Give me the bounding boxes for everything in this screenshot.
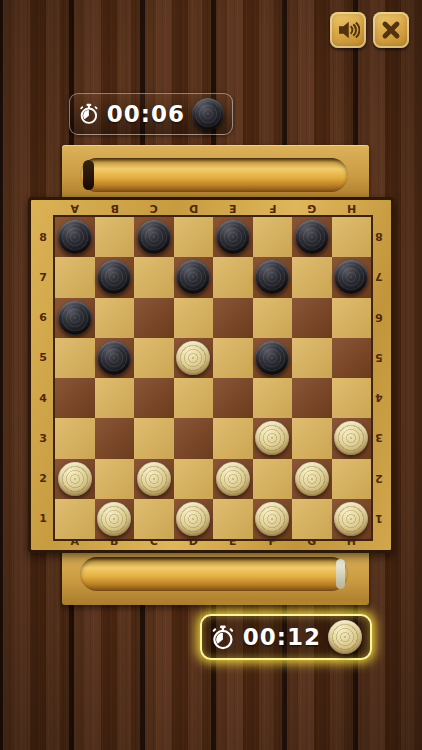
- square-a6[interactable]: [55, 298, 95, 338]
- square-h4: [332, 378, 372, 418]
- white-piece-d1[interactable]: [176, 502, 210, 536]
- black-piece-e8[interactable]: [216, 220, 250, 254]
- square-a4[interactable]: [55, 378, 95, 418]
- square-f6: [253, 298, 293, 338]
- square-a5: [55, 338, 95, 378]
- coord-label-1: 1: [33, 499, 53, 539]
- square-g1: [292, 499, 332, 539]
- white-piece-f1[interactable]: [255, 502, 289, 536]
- coord-label-B: B: [95, 202, 135, 215]
- square-a7: [55, 257, 95, 297]
- square-c1: [134, 499, 174, 539]
- coord-label-2: 2: [33, 459, 53, 499]
- square-h2: [332, 459, 372, 499]
- bottom-tray-end-cap: [336, 559, 345, 589]
- square-f3[interactable]: [253, 418, 293, 458]
- bottom-tray-rail: [80, 557, 348, 591]
- square-g8[interactable]: [292, 217, 332, 257]
- square-b2: [95, 459, 135, 499]
- square-a2[interactable]: [55, 459, 95, 499]
- square-a3: [55, 418, 95, 458]
- square-d3[interactable]: [174, 418, 214, 458]
- sound-button[interactable]: [330, 12, 366, 48]
- square-e6[interactable]: [213, 298, 253, 338]
- square-h8: [332, 217, 372, 257]
- coord-label-3: 3: [369, 418, 389, 458]
- coord-label-H: H: [332, 202, 372, 215]
- black-player-piece-badge: [192, 98, 224, 130]
- bottom-capture-tray: [62, 548, 369, 605]
- white-piece-e2[interactable]: [216, 462, 250, 496]
- square-h3[interactable]: [332, 418, 372, 458]
- square-f5[interactable]: [253, 338, 293, 378]
- coord-label-5: 5: [369, 338, 389, 378]
- square-d2: [174, 459, 214, 499]
- square-d1[interactable]: [174, 499, 214, 539]
- square-f7[interactable]: [253, 257, 293, 297]
- black-piece-f5[interactable]: [255, 341, 289, 375]
- close-icon: [379, 18, 403, 42]
- coord-label-8: 8: [369, 217, 389, 257]
- black-piece-b7[interactable]: [97, 260, 131, 294]
- square-a1: [55, 499, 95, 539]
- square-h6: [332, 298, 372, 338]
- black-piece-a8[interactable]: [58, 220, 92, 254]
- checkers-board: ABCDEFGH ABCDEFGH 87654321 87654321: [28, 197, 394, 553]
- square-d7[interactable]: [174, 257, 214, 297]
- square-d6: [174, 298, 214, 338]
- square-e4[interactable]: [213, 378, 253, 418]
- square-g7: [292, 257, 332, 297]
- coord-label-2: 2: [369, 459, 389, 499]
- square-c7: [134, 257, 174, 297]
- square-b3[interactable]: [95, 418, 135, 458]
- square-e2[interactable]: [213, 459, 253, 499]
- white-player-timer-panel: 00:12: [200, 614, 372, 660]
- black-piece-a6[interactable]: [58, 301, 92, 335]
- coord-label-C: C: [134, 202, 174, 215]
- square-d8: [174, 217, 214, 257]
- top-tray-end-cap: [83, 160, 94, 190]
- square-e7: [213, 257, 253, 297]
- square-b8: [95, 217, 135, 257]
- square-b6: [95, 298, 135, 338]
- white-piece-h1[interactable]: [334, 502, 368, 536]
- black-piece-g8[interactable]: [295, 220, 329, 254]
- white-piece-a2[interactable]: [58, 462, 92, 496]
- white-piece-f3[interactable]: [255, 421, 289, 455]
- square-h5[interactable]: [332, 338, 372, 378]
- board-grid: [55, 217, 371, 539]
- square-f4: [253, 378, 293, 418]
- square-c2[interactable]: [134, 459, 174, 499]
- square-g2[interactable]: [292, 459, 332, 499]
- square-a8[interactable]: [55, 217, 95, 257]
- square-g6[interactable]: [292, 298, 332, 338]
- rank-labels-left: 87654321: [33, 217, 53, 539]
- coord-label-F: F: [253, 202, 293, 215]
- white-player-piece-badge: [328, 620, 362, 654]
- square-d4: [174, 378, 214, 418]
- square-g5: [292, 338, 332, 378]
- coord-label-6: 6: [33, 298, 53, 338]
- square-c8[interactable]: [134, 217, 174, 257]
- stopwatch-icon: [78, 99, 100, 129]
- black-piece-b5[interactable]: [97, 341, 131, 375]
- white-piece-g2[interactable]: [295, 462, 329, 496]
- coord-label-G: G: [292, 202, 332, 215]
- coord-label-4: 4: [369, 378, 389, 418]
- square-c6[interactable]: [134, 298, 174, 338]
- top-tray-rail: [80, 158, 348, 192]
- white-piece-h3[interactable]: [334, 421, 368, 455]
- coord-label-3: 3: [33, 418, 53, 458]
- square-h1[interactable]: [332, 499, 372, 539]
- square-b5[interactable]: [95, 338, 135, 378]
- square-e5: [213, 338, 253, 378]
- square-g3: [292, 418, 332, 458]
- coord-label-A: A: [55, 202, 95, 215]
- square-e3: [213, 418, 253, 458]
- square-d5[interactable]: [174, 338, 214, 378]
- black-timer-value: 00:06: [107, 101, 185, 127]
- coord-label-5: 5: [33, 338, 53, 378]
- black-piece-c8[interactable]: [137, 220, 171, 254]
- square-c5: [134, 338, 174, 378]
- coord-label-1: 1: [369, 499, 389, 539]
- black-player-timer-panel: 00:06: [69, 93, 233, 135]
- square-c4[interactable]: [134, 378, 174, 418]
- close-button[interactable]: [373, 12, 409, 48]
- square-b1[interactable]: [95, 499, 135, 539]
- checkers-app: 00:06 ABCDEFGH ABCDEFGH 87654321 8765432…: [0, 0, 422, 750]
- coord-label-7: 7: [33, 257, 53, 297]
- white-piece-b1[interactable]: [97, 502, 131, 536]
- square-f1[interactable]: [253, 499, 293, 539]
- square-e1: [213, 499, 253, 539]
- coord-label-4: 4: [33, 378, 53, 418]
- top-capture-tray: [62, 145, 369, 200]
- white-piece-c2[interactable]: [137, 462, 171, 496]
- square-b4: [95, 378, 135, 418]
- square-f8: [253, 217, 293, 257]
- white-piece-d5[interactable]: [176, 341, 210, 375]
- coord-label-D: D: [174, 202, 214, 215]
- square-c3: [134, 418, 174, 458]
- black-piece-f7[interactable]: [255, 260, 289, 294]
- square-g4[interactable]: [292, 378, 332, 418]
- black-piece-d7[interactable]: [176, 260, 210, 294]
- white-timer-value: 00:12: [243, 624, 321, 650]
- file-labels-top: ABCDEFGH: [55, 202, 371, 215]
- coord-label-7: 7: [369, 257, 389, 297]
- coord-label-6: 6: [369, 298, 389, 338]
- square-h7[interactable]: [332, 257, 372, 297]
- speaker-icon: [336, 18, 360, 42]
- coord-label-E: E: [213, 202, 253, 215]
- black-piece-h7[interactable]: [334, 260, 368, 294]
- stopwatch-icon: [210, 622, 236, 653]
- coord-label-8: 8: [33, 217, 53, 257]
- square-f2: [253, 459, 293, 499]
- rank-labels-right: 87654321: [369, 217, 389, 539]
- square-b7[interactable]: [95, 257, 135, 297]
- square-e8[interactable]: [213, 217, 253, 257]
